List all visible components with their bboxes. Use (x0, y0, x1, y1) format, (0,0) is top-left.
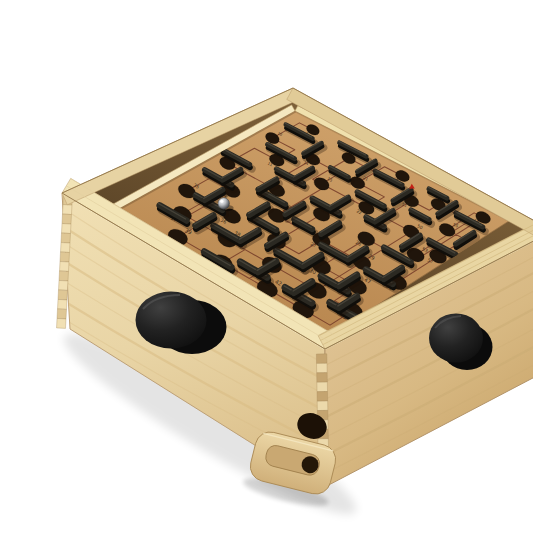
finger-joint (62, 205, 71, 215)
finger-joint (59, 280, 68, 290)
steel-ball (218, 198, 229, 209)
finger-joint (58, 299, 67, 309)
finger-joint (316, 354, 327, 364)
finger-joint (60, 252, 69, 262)
finger-joint (317, 363, 328, 373)
finger-joint (317, 382, 328, 392)
finger-joint (60, 243, 69, 253)
finger-joint (61, 224, 70, 234)
front-knob-face (136, 292, 207, 349)
right-knob-face (429, 314, 483, 363)
finger-joint (62, 214, 71, 224)
finger-joint (57, 318, 66, 328)
finger-joint (57, 309, 66, 319)
finger-joint (61, 233, 70, 243)
finger-joint (317, 392, 328, 402)
finger-joint (317, 401, 328, 411)
scene-svg: 8182052541014215155111522505712132428533… (40, 16, 533, 533)
finger-joint (58, 290, 67, 300)
ball-specular (220, 200, 223, 203)
finger-joint (317, 373, 328, 383)
finger-joint (59, 271, 68, 281)
labyrinth-game-photo: 8182052541014215155111522505712132428533… (40, 16, 533, 533)
finger-joint (60, 262, 69, 272)
